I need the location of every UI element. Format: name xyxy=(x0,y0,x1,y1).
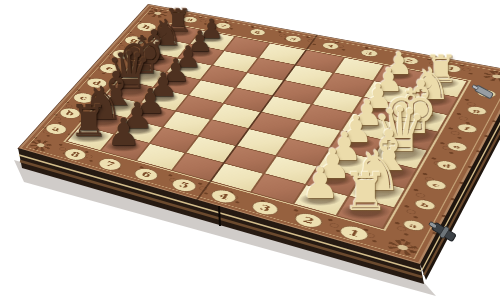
piece-black-pawn-a7[interactable]: ♟ xyxy=(106,113,140,151)
chess-set-photo: 88hh77gg66ff55ee44dd33cc22bb11aa ♜♟♞♟♝♟♚… xyxy=(0,0,500,307)
piece-white-pawn-a2[interactable]: ♟ xyxy=(301,162,340,205)
piece-black-rook-a8[interactable]: ♜ xyxy=(69,99,108,143)
pieces-layer: ♜♟♞♟♝♟♚♟♟♜♛♟♟♞♝♟♟♝♞♟♟♚♜♟♟♛♟♝♟♞♟♜ xyxy=(0,0,500,307)
piece-white-rook-a1[interactable]: ♜ xyxy=(342,166,389,219)
